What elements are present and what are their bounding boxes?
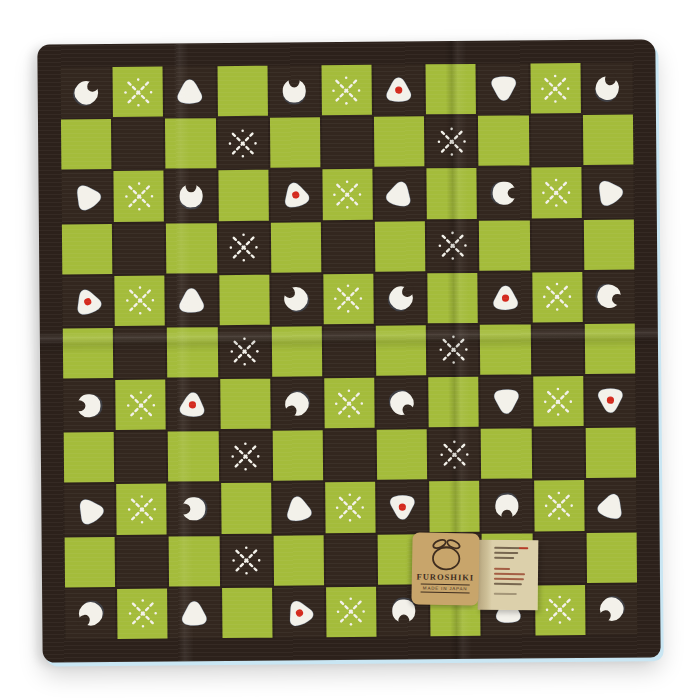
green-square — [585, 428, 636, 479]
nori-crescent-square — [584, 271, 635, 322]
green-square — [165, 118, 216, 169]
stitch-x-icon — [538, 382, 577, 421]
onigiri-umeboshi-icon — [281, 595, 317, 631]
care-label-text-line — [494, 557, 514, 560]
green-stitch-square — [116, 484, 167, 535]
onigiri-umeboshi-square — [168, 379, 219, 430]
care-label-text-line — [494, 547, 528, 550]
stitch-x-icon — [332, 592, 371, 631]
stitch-x-icon — [121, 385, 160, 424]
nori-crescent-square — [587, 584, 638, 635]
dark-square — [532, 324, 583, 375]
dark-stitch-square — [429, 429, 480, 480]
green-stitch-square — [534, 480, 585, 531]
onigiri-square — [583, 167, 634, 218]
stitch-x-icon — [225, 332, 264, 371]
nori-crescent-square — [63, 380, 114, 431]
nori-crescent-square — [271, 274, 322, 325]
onigiri-square — [169, 588, 220, 639]
onigiri-umeboshi-icon — [385, 77, 413, 103]
nori-crescent-icon — [593, 73, 622, 102]
green-square — [585, 323, 636, 374]
nori-crescent-square — [166, 171, 217, 222]
green-square — [426, 64, 477, 115]
green-square — [219, 274, 270, 325]
stitch-x-icon — [432, 122, 471, 161]
onigiri-umeboshi-icon — [388, 494, 416, 520]
green-square — [169, 536, 220, 587]
product-photo-page: { "game": "furoshiki cloth printed as an… — [0, 0, 700, 700]
nori-crescent-icon — [280, 283, 313, 316]
nori-crescent-square — [376, 377, 427, 428]
green-square — [62, 224, 113, 275]
green-square — [218, 170, 269, 221]
onigiri-icon — [489, 76, 517, 102]
nori-crescent-icon — [74, 598, 107, 631]
onigiri-umeboshi-icon — [491, 284, 519, 310]
onigiri-umeboshi-icon — [491, 284, 519, 310]
care-label-text-line — [494, 582, 522, 585]
nori-crescent-icon — [179, 184, 202, 207]
onigiri-square — [167, 275, 218, 326]
furoshiki-knot-logo-icon — [423, 537, 468, 572]
care-label-text-line — [494, 577, 524, 580]
nori-crescent-icon — [280, 283, 313, 316]
stitch-x-icon — [331, 488, 370, 527]
care-label-text-line — [494, 572, 525, 575]
green-square — [480, 324, 531, 375]
dark-square — [533, 428, 584, 479]
onigiri-icon — [176, 78, 204, 104]
nori-crescent-icon — [74, 598, 107, 631]
dark-stitch-square — [427, 220, 478, 271]
tag-brand-text: FUROSHIKI — [416, 571, 474, 582]
dark-stitch-square — [219, 327, 270, 378]
onigiri-umeboshi-icon — [278, 179, 312, 212]
green-square — [220, 379, 271, 430]
onigiri-square — [586, 480, 637, 531]
nori-crescent-square — [375, 273, 426, 324]
green-square — [374, 117, 425, 168]
nori-crescent-icon — [283, 79, 306, 102]
nori-crescent-icon — [596, 593, 629, 626]
tag-origin-text: MADE IN JAPAN — [421, 584, 470, 594]
dark-square — [115, 328, 166, 379]
nori-crescent-icon — [384, 282, 417, 315]
green-stitch-square — [531, 167, 582, 218]
nori-crescent-icon — [281, 387, 313, 419]
green-stitch-square — [322, 169, 373, 220]
green-stitch-square — [326, 587, 377, 638]
green-square — [478, 116, 529, 167]
stitch-x-icon — [537, 173, 576, 212]
green-stitch-square — [115, 275, 166, 326]
onigiri-umeboshi-square — [62, 276, 113, 327]
onigiri-square — [61, 171, 112, 222]
stitch-x-icon — [123, 594, 162, 633]
onigiri-square — [273, 483, 324, 534]
stitch-x-icon — [536, 69, 575, 108]
nori-crescent-icon — [392, 600, 415, 623]
onigiri-icon — [492, 389, 520, 415]
green-stitch-square — [533, 376, 584, 427]
green-stitch-square — [324, 378, 375, 429]
onigiri-icon — [594, 488, 629, 522]
nori-crescent-icon — [392, 600, 415, 623]
green-stitch-square — [323, 274, 374, 325]
onigiri-icon — [178, 287, 206, 313]
green-square — [166, 223, 217, 274]
green-square — [429, 481, 480, 532]
stitch-x-icon — [328, 175, 367, 214]
nori-crescent-icon — [77, 394, 100, 417]
onigiri-umeboshi-square — [377, 482, 428, 533]
onigiri-umeboshi-icon — [70, 284, 105, 318]
care-label-text-line — [494, 552, 518, 555]
checkerboard-grid — [61, 63, 638, 640]
nori-crescent-icon — [179, 184, 202, 207]
dark-square — [116, 432, 167, 483]
stitch-x-icon — [329, 279, 368, 318]
onigiri-umeboshi-icon — [596, 388, 624, 414]
nori-crescent-square — [61, 67, 112, 118]
nori-crescent-icon — [596, 593, 629, 626]
green-square — [481, 429, 532, 480]
onigiri-icon — [282, 493, 314, 524]
green-square — [377, 430, 428, 481]
onigiri-square — [374, 169, 425, 220]
onigiri-square — [478, 63, 529, 114]
green-square — [221, 483, 272, 534]
stitch-x-icon — [226, 437, 265, 476]
nori-crescent-icon — [385, 387, 417, 419]
stitch-x-icon — [433, 226, 472, 265]
onigiri-umeboshi-icon — [281, 595, 317, 631]
stitch-x-icon — [224, 228, 263, 267]
nori-crescent-icon — [493, 181, 516, 204]
nori-crescent-square — [65, 589, 116, 640]
green-square — [375, 221, 426, 272]
nori-crescent-square — [169, 484, 220, 535]
dark-square — [534, 533, 585, 584]
dark-stitch-square — [220, 431, 271, 482]
green-square — [584, 219, 635, 270]
nori-crescent-icon — [385, 387, 417, 419]
nori-crescent-square — [582, 63, 633, 114]
nori-crescent-icon — [182, 497, 205, 520]
nori-crescent-icon — [281, 387, 313, 419]
onigiri-umeboshi-icon — [278, 179, 312, 212]
green-square — [272, 326, 323, 377]
green-stitch-square — [114, 171, 165, 222]
onigiri-umeboshi-square — [374, 64, 425, 115]
onigiri-icon — [181, 600, 209, 626]
nori-crescent-icon — [593, 73, 622, 102]
care-label-text-line — [494, 567, 510, 570]
green-square — [222, 587, 273, 638]
stitch-x-icon — [538, 277, 577, 316]
green-square — [427, 168, 478, 219]
dark-stitch-square — [426, 116, 477, 167]
green-stitch-square — [532, 272, 583, 323]
stitch-x-icon — [435, 435, 474, 474]
nori-crescent-icon — [283, 79, 306, 102]
dark-stitch-square — [428, 325, 479, 376]
green-stitch-square — [535, 585, 586, 636]
nori-crescent-icon — [493, 181, 516, 204]
onigiri-icon — [492, 389, 520, 415]
dark-stitch-square — [217, 118, 268, 169]
dark-square — [113, 119, 164, 170]
onigiri-square — [64, 485, 115, 536]
onigiri-square — [481, 376, 532, 427]
green-square — [583, 115, 634, 166]
green-square — [376, 325, 427, 376]
nori-crescent-icon — [595, 282, 624, 311]
green-stitch-square — [321, 65, 372, 116]
onigiri-icon — [594, 488, 629, 522]
stitch-x-icon — [327, 70, 366, 109]
onigiri-umeboshi-square — [480, 272, 531, 323]
dark-stitch-square — [218, 222, 269, 273]
green-square — [270, 117, 321, 168]
green-square — [428, 273, 479, 324]
onigiri-icon — [178, 287, 206, 313]
green-square — [586, 532, 637, 583]
furoshiki-tag: FUROSHIKI MADE IN JAPAN — [411, 532, 479, 605]
stitch-x-icon — [434, 330, 473, 369]
nori-crescent-square — [272, 378, 323, 429]
nori-crescent-square — [479, 168, 530, 219]
nori-crescent-icon — [70, 76, 103, 109]
onigiri-icon — [383, 178, 417, 210]
nori-crescent-icon — [595, 282, 624, 311]
dark-stitch-square — [221, 535, 272, 586]
green-square — [167, 327, 218, 378]
green-square — [61, 119, 112, 170]
green-square — [428, 377, 479, 428]
stitch-x-icon — [118, 72, 157, 111]
onigiri-icon — [590, 173, 628, 210]
dark-square — [325, 430, 376, 481]
nori-crescent-square — [269, 65, 320, 116]
onigiri-icon — [71, 491, 109, 528]
nori-crescent-icon — [77, 394, 100, 417]
onigiri-umeboshi-icon — [596, 388, 624, 414]
nori-crescent-icon — [495, 495, 518, 518]
nori-crescent-square — [482, 481, 533, 532]
onigiri-icon — [176, 78, 204, 104]
green-square — [271, 222, 322, 273]
green-stitch-square — [117, 588, 168, 639]
green-stitch-square — [325, 482, 376, 533]
nori-crescent-icon — [70, 76, 103, 109]
green-stitch-square — [530, 63, 581, 114]
onigiri-icon — [68, 178, 106, 215]
onigiri-umeboshi-icon — [70, 284, 105, 318]
care-label-text-line — [494, 593, 517, 595]
dark-square — [117, 536, 168, 587]
green-stitch-square — [115, 380, 166, 431]
nori-crescent-icon — [182, 497, 205, 520]
onigiri-umeboshi-square — [270, 170, 321, 221]
furoshiki-cloth — [37, 39, 660, 662]
stitch-x-icon — [122, 490, 161, 529]
green-square — [272, 430, 323, 481]
stitch-x-icon — [330, 383, 369, 422]
onigiri-umeboshi-icon — [178, 390, 208, 418]
onigiri-icon — [590, 173, 628, 210]
onigiri-umeboshi-icon — [388, 494, 416, 520]
onigiri-icon — [71, 491, 109, 528]
onigiri-icon — [383, 178, 417, 210]
dark-square — [326, 534, 377, 585]
onigiri-umeboshi-square — [274, 587, 325, 638]
onigiri-icon — [489, 76, 517, 102]
onigiri-icon — [282, 493, 314, 524]
stitch-x-icon — [120, 281, 159, 320]
green-square — [63, 328, 114, 379]
green-square — [217, 66, 268, 117]
onigiri-umeboshi-square — [585, 376, 636, 427]
stitch-x-icon — [223, 123, 262, 162]
dark-square — [114, 223, 165, 274]
dark-square — [324, 326, 375, 377]
green-square — [65, 537, 116, 588]
green-square — [64, 432, 115, 483]
stitch-x-icon — [540, 590, 579, 629]
dark-square — [323, 221, 374, 272]
onigiri-square — [165, 66, 216, 117]
nori-crescent-icon — [384, 282, 417, 315]
stitch-x-icon — [119, 177, 158, 216]
stitch-x-icon — [539, 486, 578, 525]
green-square — [168, 431, 219, 482]
dark-square — [531, 115, 582, 166]
care-label — [478, 540, 539, 611]
onigiri-icon — [68, 178, 106, 215]
onigiri-icon — [181, 600, 209, 626]
green-square — [479, 220, 530, 271]
onigiri-umeboshi-icon — [385, 77, 413, 103]
onigiri-umeboshi-icon — [178, 390, 208, 418]
stitch-x-icon — [227, 541, 266, 580]
nori-crescent-icon — [495, 495, 518, 518]
dark-square — [531, 219, 582, 270]
dark-square — [322, 117, 373, 168]
green-square — [273, 535, 324, 586]
green-stitch-square — [113, 67, 164, 118]
